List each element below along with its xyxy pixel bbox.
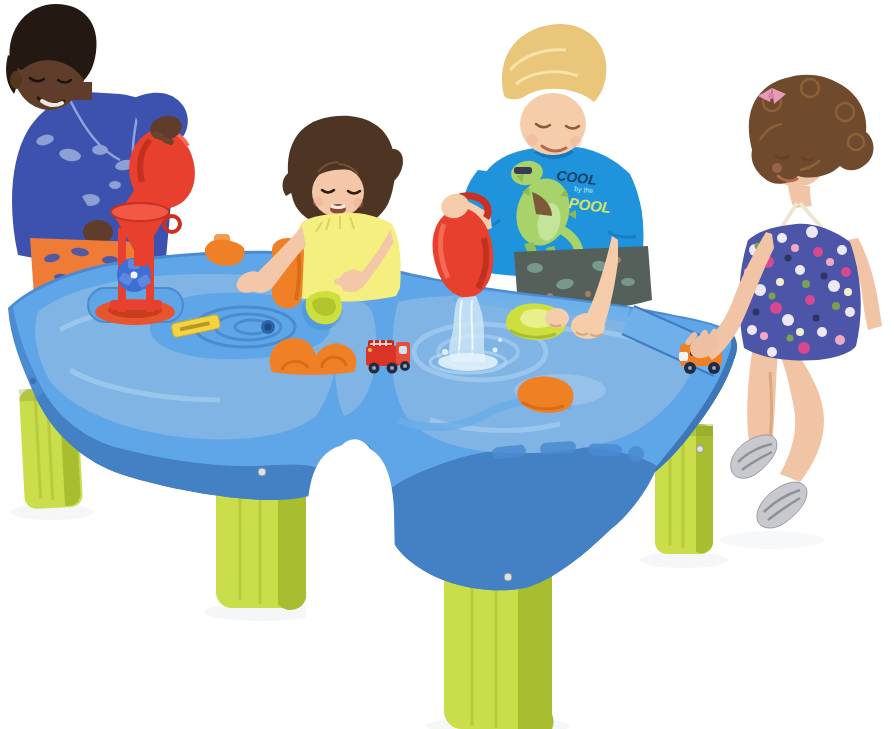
droplet-3 (498, 338, 502, 342)
boy-blond-cheek-left (526, 134, 538, 146)
droplet-1 (442, 349, 448, 355)
photo-canvas: COOL by the POOL (0, 0, 894, 729)
girl-middle-teeth (331, 206, 345, 208)
water-wheel-axle (131, 272, 138, 279)
girl-right-leg-shading (770, 372, 772, 440)
boy-blond-second-hand (545, 308, 569, 328)
funnel-stem (134, 248, 146, 266)
girl-middle-cheek-left (313, 197, 323, 207)
droplet-2 (493, 348, 498, 353)
splash (438, 353, 498, 371)
island-drain-hole-inner (265, 324, 272, 331)
girl-middle-cheek-right (353, 198, 363, 208)
rim-dimple (30, 378, 36, 384)
tower-crossbar (110, 300, 162, 310)
table-arch-gap (306, 444, 396, 620)
fire-truck (366, 340, 410, 374)
girl-right-cheek (772, 163, 782, 173)
boy-left-ear (10, 71, 22, 89)
product-photo: COOL by the POOL (0, 0, 894, 729)
girl-right-bow-knot (768, 93, 774, 99)
funnel-rim (111, 203, 169, 221)
boy-blond-cheek-right (570, 136, 582, 148)
